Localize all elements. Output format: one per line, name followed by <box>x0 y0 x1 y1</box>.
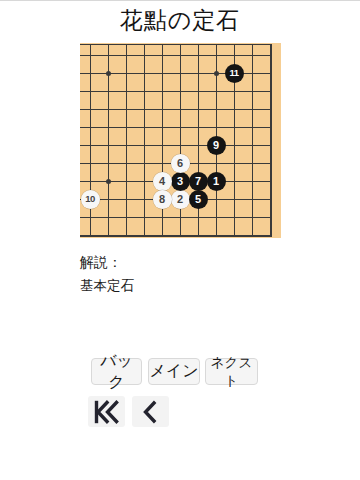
grid-line-v <box>270 44 272 237</box>
page-title: 花點の定石 <box>0 5 360 36</box>
main-button[interactable]: メイン <box>148 358 200 385</box>
next-button[interactable]: ネクスト <box>205 358 258 385</box>
app-screen: 花點の定石 1234567891011 解説： 基本定石 バック メイン ネクス… <box>0 0 360 480</box>
stone-white-2-O3: 2 <box>171 190 190 209</box>
stone-white-6-O5: 6 <box>171 154 190 173</box>
stone-white-4-N4: 4 <box>153 172 172 191</box>
go-board: 1234567891011 <box>80 43 281 238</box>
stone-white-8-N3: 8 <box>153 190 172 209</box>
skip-to-start-icon <box>93 400 120 424</box>
grid-line-v <box>144 44 145 237</box>
star-point-K10 <box>106 71 111 76</box>
stone-black-9-Q6: 9 <box>207 136 226 155</box>
commentary-label: 解説： <box>80 254 122 272</box>
stone-black-3-O4: 3 <box>171 172 190 191</box>
star-point-K4 <box>106 179 111 184</box>
back-button[interactable]: バック <box>91 358 142 385</box>
commentary-text: 基本定石 <box>80 277 134 295</box>
star-point-Q10 <box>214 71 219 76</box>
stone-white-10-J3: 10 <box>81 190 100 209</box>
grid-line-v <box>252 44 253 237</box>
chevron-left-icon <box>137 400 164 424</box>
stone-black-7-P4: 7 <box>189 172 208 191</box>
stone-black-1-Q4: 1 <box>207 172 226 191</box>
stone-black-11-R10: 11 <box>225 64 244 83</box>
stone-black-5-P3: 5 <box>189 190 208 209</box>
grid-line-v <box>126 44 127 237</box>
previous-move-button[interactable] <box>132 396 169 427</box>
go-to-first-move-button[interactable] <box>88 396 125 427</box>
